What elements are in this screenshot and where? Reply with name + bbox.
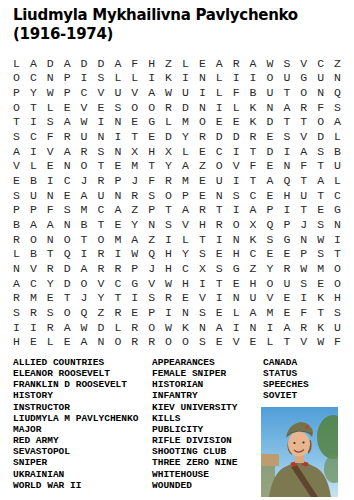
grid-cell: O xyxy=(76,276,93,291)
grid-cell: O xyxy=(25,232,42,247)
title-line2: (1916-1974) xyxy=(13,25,113,43)
grid-cell: F xyxy=(295,305,312,320)
grid-cell: V xyxy=(295,129,312,144)
grid-cell: H xyxy=(177,276,194,291)
grid-cell: U xyxy=(211,173,228,188)
grid-cell: Z xyxy=(194,159,211,174)
grid-cell: L xyxy=(211,71,228,86)
grid-cell: E xyxy=(278,305,295,320)
grid-cell: L xyxy=(8,56,25,71)
grid-cell: E xyxy=(42,159,59,174)
grid-cell: E xyxy=(194,173,211,188)
word-item: CANADA xyxy=(263,357,309,368)
grid-cell: O xyxy=(160,334,177,349)
grid-cell: K xyxy=(245,100,262,115)
grid-cell: Q xyxy=(143,246,160,261)
grid-cell: E xyxy=(177,290,194,305)
grid-cell: B xyxy=(8,217,25,232)
grid-cell: G xyxy=(126,276,143,291)
grid-cell: I xyxy=(160,232,177,247)
word-item: LIUDMYLA M PAVLYCHENKO xyxy=(13,413,138,424)
grid-cell: K xyxy=(245,232,262,247)
grid-cell: V xyxy=(126,85,143,100)
grid-cell: Y xyxy=(177,129,194,144)
grid-cell: S xyxy=(329,305,346,320)
word-item: WOUNDED xyxy=(152,480,238,491)
word-item: KILLS xyxy=(152,413,238,424)
grid-cell: Z xyxy=(160,56,177,71)
grid-cell: R xyxy=(126,320,143,335)
grid-cell: T xyxy=(92,217,109,232)
grid-cell: I xyxy=(211,290,228,305)
grid-cell: I xyxy=(25,144,42,159)
grid-cell: A xyxy=(76,261,93,276)
grid-cell: N xyxy=(329,71,346,86)
grid-cell: W xyxy=(295,261,312,276)
grid-cell: O xyxy=(92,232,109,247)
grid-cell: A xyxy=(329,115,346,130)
grid-cell: U xyxy=(25,188,42,203)
grid-cell: L xyxy=(228,305,245,320)
grid-cell: G xyxy=(329,202,346,217)
word-item: SPEECHES xyxy=(263,379,309,390)
grid-cell: R xyxy=(8,232,25,247)
grid-cell: I xyxy=(194,85,211,100)
grid-cell: P xyxy=(278,217,295,232)
grid-cell: A xyxy=(261,173,278,188)
grid-cell: P xyxy=(143,202,160,217)
grid-cell: T xyxy=(312,188,329,203)
grid-cell: T xyxy=(278,334,295,349)
grid-cell: A xyxy=(177,159,194,174)
grid-cell: P xyxy=(8,85,25,100)
grid-cell: A xyxy=(245,305,262,320)
grid-cell: I xyxy=(211,232,228,247)
grid-cell: U xyxy=(312,71,329,86)
grid-cell: Y xyxy=(261,261,278,276)
grid-cell: N xyxy=(295,232,312,247)
grid-cell: K xyxy=(312,320,329,335)
grid-cell: S xyxy=(194,246,211,261)
grid-cell: R xyxy=(160,100,177,115)
grid-cell: E xyxy=(25,334,42,349)
grid-cell: I xyxy=(228,71,245,86)
grid-cell: R xyxy=(126,334,143,349)
grid-cell: T xyxy=(312,305,329,320)
grid-cell: E xyxy=(143,129,160,144)
grid-cell: R xyxy=(194,202,211,217)
grid-cell: F xyxy=(42,202,59,217)
grid-cell: E xyxy=(59,334,76,349)
grid-cell: A xyxy=(59,320,76,335)
grid-cell: F xyxy=(329,334,346,349)
word-item: RIFLE DIVISION xyxy=(152,435,238,446)
grid-cell: A xyxy=(42,217,59,232)
grid-cell: H xyxy=(194,217,211,232)
grid-cell: X xyxy=(245,217,262,232)
grid-cell: H xyxy=(160,261,177,276)
grid-cell: Y xyxy=(177,246,194,261)
grid-cell: O xyxy=(329,261,346,276)
title-line1: Liudmyla Mykhailivna Pavlychenko xyxy=(13,6,298,24)
grid-cell: K xyxy=(177,320,194,335)
grid-cell: V xyxy=(76,100,93,115)
grid-cell: S xyxy=(312,246,329,261)
grid-cell: S xyxy=(329,100,346,115)
grid-cell: O xyxy=(76,159,93,174)
grid-cell: N xyxy=(194,100,211,115)
grid-cell: I xyxy=(228,320,245,335)
grid-cell: Z xyxy=(92,305,109,320)
grid-cell: A xyxy=(312,173,329,188)
grid-cell: K xyxy=(312,290,329,305)
grid-cell: T xyxy=(211,276,228,291)
grid-cell: S xyxy=(312,217,329,232)
grid-cell: I xyxy=(109,129,126,144)
word-item: SNIPER xyxy=(13,457,138,468)
grid-cell: S xyxy=(8,305,25,320)
word-item: HISTORIAN xyxy=(152,379,238,390)
grid-cell: I xyxy=(76,71,93,86)
word-item: SHOOTING CLUB xyxy=(152,446,238,457)
grid-cell: H xyxy=(143,56,160,71)
grid-cell: A xyxy=(59,56,76,71)
grid-cell: D xyxy=(261,144,278,159)
grid-cell: W xyxy=(312,334,329,349)
grid-cell: Q xyxy=(59,246,76,261)
grid-cell: S xyxy=(278,129,295,144)
grid-cell: O xyxy=(194,115,211,130)
grid-cell: C xyxy=(329,188,346,203)
grid-cell: Z xyxy=(143,232,160,247)
grid-cell: F xyxy=(295,159,312,174)
grid-cell: E xyxy=(278,246,295,261)
grid-cell: E xyxy=(109,217,126,232)
grid-cell: J xyxy=(295,217,312,232)
grid-cell: B xyxy=(25,246,42,261)
grid-cell: L xyxy=(177,232,194,247)
grid-cell: T xyxy=(8,115,25,130)
grid-cell: N xyxy=(194,71,211,86)
grid-cell: C xyxy=(76,85,93,100)
grid-cell: F xyxy=(228,85,245,100)
grid-cell: S xyxy=(160,217,177,232)
grid-cell: Z xyxy=(329,56,346,71)
grid-cell: U xyxy=(329,159,346,174)
grid-cell: R xyxy=(76,144,93,159)
grid-cell: T xyxy=(278,115,295,130)
grid-cell: C xyxy=(245,188,262,203)
grid-cell: H xyxy=(245,276,262,291)
grid-cell: C xyxy=(92,202,109,217)
grid-cell: L xyxy=(126,71,143,86)
grid-cell: C xyxy=(25,129,42,144)
word-item: APPEARANCES xyxy=(152,357,238,368)
grid-cell: G xyxy=(228,261,245,276)
grid-cell: O xyxy=(312,115,329,130)
grid-cell: E xyxy=(126,305,143,320)
grid-cell: S xyxy=(92,144,109,159)
grid-cell: L xyxy=(109,320,126,335)
word-item: SOVIET xyxy=(263,390,309,401)
grid-cell: E xyxy=(278,290,295,305)
grid-cell: R xyxy=(295,100,312,115)
photo-cap-star xyxy=(305,425,308,428)
grid-cell: Y xyxy=(42,276,59,291)
grid-cell: R xyxy=(143,334,160,349)
grid-cell: Q xyxy=(329,85,346,100)
grid-cell: O xyxy=(143,100,160,115)
grid-cell: E xyxy=(42,290,59,305)
grid-cell: N xyxy=(211,188,228,203)
grid-cell: O xyxy=(228,217,245,232)
word-item: THREE ZERO NINE xyxy=(152,457,238,468)
grid-cell: U xyxy=(245,290,262,305)
grid-cell: R xyxy=(211,217,228,232)
grid-cell: V xyxy=(194,290,211,305)
grid-cell: V xyxy=(25,261,42,276)
grid-cell: E xyxy=(194,188,211,203)
grid-cell: C xyxy=(59,173,76,188)
grid-cell: S xyxy=(278,56,295,71)
grid-cell: N xyxy=(329,217,346,232)
grid-cell: X xyxy=(126,144,143,159)
grid-cell: R xyxy=(160,173,177,188)
grid-cell: H xyxy=(160,246,177,261)
grid-cell: V xyxy=(295,56,312,71)
grid-cell: E xyxy=(194,144,211,159)
grid-cell: T xyxy=(245,144,262,159)
grid-cell: S xyxy=(143,188,160,203)
photo-pavlychenko xyxy=(261,407,338,497)
grid-cell: E xyxy=(261,188,278,203)
grid-cell: I xyxy=(228,173,245,188)
grid-cell: E xyxy=(261,246,278,261)
grid-cell: J xyxy=(143,261,160,276)
grid-cell: D xyxy=(211,129,228,144)
grid-cell: E xyxy=(261,159,278,174)
word-item: RED ARMY xyxy=(13,435,138,446)
grid-cell: P xyxy=(261,202,278,217)
grid-cell: C xyxy=(25,276,42,291)
word-item: MAJOR xyxy=(13,424,138,435)
grid-cell: N xyxy=(143,217,160,232)
photo-eye-left xyxy=(293,442,295,444)
grid-cell: A xyxy=(177,202,194,217)
grid-cell: E xyxy=(59,188,76,203)
grid-cell: N xyxy=(42,188,59,203)
grid-cell: E xyxy=(8,173,25,188)
grid-cell: T xyxy=(25,100,42,115)
grid-cell: J xyxy=(126,173,143,188)
word-item: STATUS xyxy=(263,368,309,379)
grid-cell: R xyxy=(194,129,211,144)
grid-cell: P xyxy=(126,261,143,276)
grid-cell: P xyxy=(177,188,194,203)
grid-cell: G xyxy=(295,71,312,86)
grid-cell: A xyxy=(278,100,295,115)
grid-cell: L xyxy=(261,334,278,349)
photo-eye-right xyxy=(302,441,304,443)
grid-cell: V xyxy=(228,159,245,174)
grid-cell: I xyxy=(25,115,42,130)
grid-cell: L xyxy=(42,100,59,115)
grid-cell: L xyxy=(160,115,177,130)
grid-cell: A xyxy=(8,144,25,159)
grid-cell: I xyxy=(177,71,194,86)
grid-cell: D xyxy=(76,56,93,71)
grid-cell: U xyxy=(76,129,93,144)
grid-cell: A xyxy=(245,202,262,217)
grid-cell: Z xyxy=(126,202,143,217)
grid-cell: H xyxy=(8,334,25,349)
grid-cell: E xyxy=(92,100,109,115)
grid-cell: T xyxy=(312,159,329,174)
grid-cell: M xyxy=(109,232,126,247)
grid-cell: P xyxy=(109,173,126,188)
grid-cell: H xyxy=(278,188,295,203)
word-item: HISTORY xyxy=(13,390,138,401)
grid-cell: C xyxy=(25,71,42,86)
grid-cell: X xyxy=(160,144,177,159)
grid-cell: A xyxy=(76,334,93,349)
grid-cell: A xyxy=(8,276,25,291)
grid-cell: F xyxy=(245,159,262,174)
grid-cell: P xyxy=(295,246,312,261)
grid-cell: N xyxy=(42,232,59,247)
grid-cell: O xyxy=(143,320,160,335)
grid-cell: E xyxy=(211,115,228,130)
grid-cell: N xyxy=(92,129,109,144)
grid-cell: D xyxy=(92,320,109,335)
grid-cell: D xyxy=(42,56,59,71)
grid-cell: T xyxy=(295,173,312,188)
grid-cell: T xyxy=(76,232,93,247)
grid-cell: C xyxy=(109,276,126,291)
grid-cell: L xyxy=(177,56,194,71)
grid-cell: A xyxy=(25,217,42,232)
grid-cell: O xyxy=(261,276,278,291)
grid-cell: E xyxy=(109,159,126,174)
grid-cell: B xyxy=(245,85,262,100)
grid-cell: R xyxy=(160,290,177,305)
grid-cell: N xyxy=(194,320,211,335)
word-item: FEMALE SNIPER xyxy=(152,368,238,379)
grid-cell: E xyxy=(228,276,245,291)
grid-cell: E xyxy=(126,115,143,130)
grid-cell: R xyxy=(278,261,295,276)
grid-cell: N xyxy=(228,290,245,305)
grid-cell: U xyxy=(295,188,312,203)
grid-cell: V xyxy=(295,334,312,349)
grid-cell: I xyxy=(76,246,93,261)
grid-cell: D xyxy=(92,56,109,71)
grid-cell: I xyxy=(194,276,211,291)
grid-cell: I xyxy=(228,202,245,217)
grid-cell: L xyxy=(25,159,42,174)
grid-cell: I xyxy=(278,202,295,217)
grid-cell: D xyxy=(261,115,278,130)
grid-cell: L xyxy=(211,85,228,100)
grid-cell: E xyxy=(211,246,228,261)
grid-cell: G xyxy=(278,232,295,247)
grid-cell: T xyxy=(295,202,312,217)
grid-cell: R xyxy=(59,129,76,144)
word-search-grid: LADADDAFHZLEARAWSVCZOCNPISLLIKINLIIOUGUN… xyxy=(8,56,346,349)
word-list-column-1: ALLIED COUNTRIESELEANOR ROOSEVELTFRANKLI… xyxy=(13,357,138,491)
grid-cell: U xyxy=(261,85,278,100)
grid-cell: K xyxy=(245,115,262,130)
grid-cell: N xyxy=(177,305,194,320)
grid-cell: N xyxy=(42,71,59,86)
grid-cell: R xyxy=(42,320,59,335)
grid-cell: M xyxy=(126,159,143,174)
grid-cell: N xyxy=(312,85,329,100)
grid-cell: A xyxy=(295,144,312,159)
grid-cell: U xyxy=(177,85,194,100)
grid-cell: D xyxy=(177,100,194,115)
grid-cell: U xyxy=(92,188,109,203)
grid-cell: O xyxy=(126,100,143,115)
grid-cell: R xyxy=(126,188,143,203)
grid-cell: M xyxy=(25,290,42,305)
grid-cell: F xyxy=(143,173,160,188)
grid-cell: B xyxy=(329,144,346,159)
grid-cell: P xyxy=(8,202,25,217)
word-item: INSTRUCTOR xyxy=(13,402,138,413)
grid-cell: M xyxy=(177,115,194,130)
grid-cell: V xyxy=(92,276,109,291)
grid-cell: A xyxy=(25,56,42,71)
grid-cell: A xyxy=(143,85,160,100)
grid-cell: H xyxy=(143,144,160,159)
word-list-column-2: APPEARANCESFEMALE SNIPERHISTORIANINFANTR… xyxy=(152,357,238,491)
word-list-column-3: CANADASTATUSSPEECHESSOVIET xyxy=(263,357,309,402)
grid-cell: Y xyxy=(126,217,143,232)
grid-cell: M xyxy=(177,173,194,188)
grid-cell: O xyxy=(329,276,346,291)
grid-cell: W xyxy=(312,232,329,247)
grid-cell: Y xyxy=(92,290,109,305)
grid-cell: I xyxy=(211,100,228,115)
grid-cell: O xyxy=(211,159,228,174)
word-item: WHITEHOUSE xyxy=(152,469,238,480)
word-item: INFANTRY xyxy=(152,390,238,401)
grid-cell: O xyxy=(109,334,126,349)
grid-cell: N xyxy=(59,217,76,232)
grid-cell: L xyxy=(8,246,25,261)
grid-cell: E xyxy=(261,129,278,144)
grid-cell: S xyxy=(194,305,211,320)
grid-cell: D xyxy=(312,129,329,144)
grid-cell: R xyxy=(92,173,109,188)
grid-cell: O xyxy=(59,232,76,247)
grid-cell: O xyxy=(261,71,278,86)
grid-cell: A xyxy=(109,56,126,71)
grid-cell: D xyxy=(59,261,76,276)
grid-cell: C xyxy=(312,56,329,71)
grid-cell: V xyxy=(42,144,59,159)
grid-cell: P xyxy=(59,85,76,100)
grid-cell: E xyxy=(211,305,228,320)
grid-cell: E xyxy=(194,56,211,71)
grid-cell: R xyxy=(8,290,25,305)
grid-cell: R xyxy=(92,261,109,276)
grid-cell: N xyxy=(109,144,126,159)
grid-cell: I xyxy=(329,232,346,247)
grid-cell: N xyxy=(245,320,262,335)
grid-cell: U xyxy=(278,71,295,86)
